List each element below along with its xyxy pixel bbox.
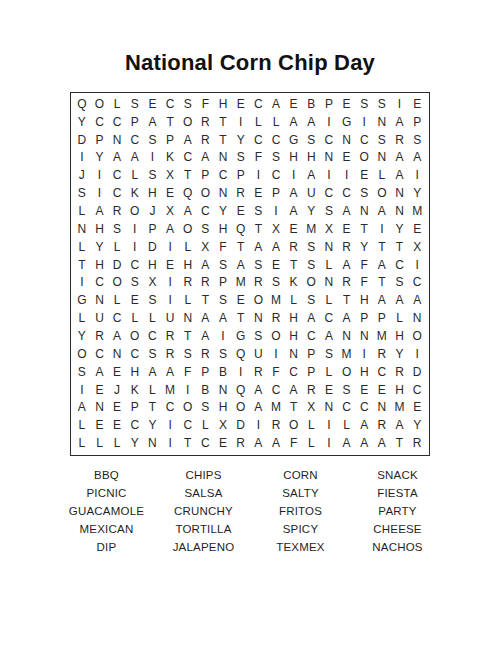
grid-cell[interactable]: Q bbox=[179, 184, 197, 202]
grid-cell[interactable]: R bbox=[108, 202, 126, 220]
grid-cell[interactable]: S bbox=[391, 274, 409, 292]
grid-cell[interactable]: P bbox=[302, 363, 320, 381]
grid-cell[interactable]: P bbox=[197, 166, 215, 184]
grid-cell[interactable]: N bbox=[91, 291, 109, 309]
grid-cell[interactable]: P bbox=[126, 113, 144, 131]
grid-cell[interactable]: A bbox=[73, 398, 91, 416]
grid-cell[interactable]: N bbox=[108, 131, 126, 149]
grid-cell[interactable]: E bbox=[338, 149, 356, 167]
grid-cell[interactable]: Y bbox=[73, 327, 91, 345]
grid-cell[interactable]: R bbox=[197, 274, 215, 292]
grid-cell[interactable]: L bbox=[126, 309, 144, 327]
grid-cell[interactable]: O bbox=[302, 274, 320, 292]
grid-cell[interactable]: H bbox=[391, 327, 409, 345]
grid-cell[interactable]: X bbox=[267, 220, 285, 238]
grid-cell[interactable]: R bbox=[161, 345, 179, 363]
grid-cell[interactable]: E bbox=[267, 256, 285, 274]
grid-cell[interactable]: S bbox=[302, 131, 320, 149]
grid-cell[interactable]: L bbox=[197, 416, 215, 434]
grid-cell[interactable]: G bbox=[232, 327, 250, 345]
grid-cell[interactable]: E bbox=[232, 291, 250, 309]
grid-cell[interactable]: E bbox=[91, 381, 109, 399]
grid-cell[interactable]: I bbox=[355, 345, 373, 363]
grid-cell[interactable]: I bbox=[267, 345, 285, 363]
grid-cell[interactable]: H bbox=[285, 327, 303, 345]
grid-cell[interactable]: H bbox=[144, 256, 162, 274]
grid-cell[interactable]: H bbox=[391, 381, 409, 399]
grid-cell[interactable]: N bbox=[391, 202, 409, 220]
grid-cell[interactable]: Y bbox=[408, 184, 426, 202]
grid-cell[interactable]: N bbox=[108, 345, 126, 363]
grid-cell[interactable]: L bbox=[373, 166, 391, 184]
grid-cell[interactable]: Y bbox=[214, 202, 232, 220]
grid-cell[interactable]: I bbox=[161, 274, 179, 292]
grid-cell[interactable]: I bbox=[391, 95, 409, 113]
grid-cell[interactable]: A bbox=[249, 381, 267, 399]
grid-cell[interactable]: O bbox=[126, 327, 144, 345]
grid-cell[interactable]: L bbox=[179, 238, 197, 256]
grid-cell[interactable]: E bbox=[161, 184, 179, 202]
grid-cell[interactable]: Q bbox=[232, 345, 250, 363]
grid-cell[interactable]: L bbox=[73, 202, 91, 220]
grid-cell[interactable]: C bbox=[126, 345, 144, 363]
grid-cell[interactable]: S bbox=[179, 95, 197, 113]
grid-cell[interactable]: P bbox=[320, 95, 338, 113]
grid-cell[interactable]: L bbox=[108, 434, 126, 452]
grid-cell[interactable]: L bbox=[285, 291, 303, 309]
grid-cell[interactable]: S bbox=[144, 131, 162, 149]
grid-cell[interactable]: P bbox=[214, 274, 232, 292]
grid-cell[interactable]: Q bbox=[232, 220, 250, 238]
grid-cell[interactable]: S bbox=[373, 95, 391, 113]
grid-cell[interactable]: T bbox=[373, 238, 391, 256]
grid-cell[interactable]: I bbox=[126, 238, 144, 256]
grid-cell[interactable]: I bbox=[408, 345, 426, 363]
grid-cell[interactable]: A bbox=[373, 202, 391, 220]
grid-cell[interactable]: N bbox=[214, 381, 232, 399]
grid-cell[interactable]: Y bbox=[91, 149, 109, 167]
grid-cell[interactable]: A bbox=[144, 363, 162, 381]
grid-cell[interactable]: I bbox=[285, 166, 303, 184]
grid-cell[interactable]: S bbox=[373, 131, 391, 149]
grid-cell[interactable]: S bbox=[214, 291, 232, 309]
grid-cell[interactable]: J bbox=[144, 202, 162, 220]
grid-cell[interactable]: A bbox=[161, 220, 179, 238]
grid-cell[interactable]: T bbox=[179, 327, 197, 345]
grid-cell[interactable]: U bbox=[91, 309, 109, 327]
grid-cell[interactable]: K bbox=[126, 381, 144, 399]
grid-cell[interactable]: R bbox=[161, 327, 179, 345]
grid-cell[interactable]: A bbox=[126, 149, 144, 167]
grid-cell[interactable]: T bbox=[214, 131, 232, 149]
grid-cell[interactable]: A bbox=[285, 381, 303, 399]
grid-cell[interactable]: Y bbox=[232, 131, 250, 149]
grid-cell[interactable]: O bbox=[408, 327, 426, 345]
grid-cell[interactable]: O bbox=[285, 416, 303, 434]
grid-cell[interactable]: E bbox=[144, 95, 162, 113]
grid-cell[interactable]: S bbox=[197, 398, 215, 416]
grid-cell[interactable]: E bbox=[108, 398, 126, 416]
grid-cell[interactable]: A bbox=[338, 434, 356, 452]
grid-cell[interactable]: T bbox=[355, 220, 373, 238]
grid-cell[interactable]: F bbox=[179, 363, 197, 381]
grid-cell[interactable]: I bbox=[373, 220, 391, 238]
grid-cell[interactable]: H bbox=[302, 149, 320, 167]
grid-cell[interactable]: R bbox=[197, 345, 215, 363]
grid-cell[interactable]: A bbox=[197, 256, 215, 274]
grid-cell[interactable]: R bbox=[249, 363, 267, 381]
grid-cell[interactable]: C bbox=[249, 131, 267, 149]
grid-cell[interactable]: G bbox=[73, 291, 91, 309]
grid-cell[interactable]: S bbox=[144, 291, 162, 309]
grid-cell[interactable]: R bbox=[197, 131, 215, 149]
grid-cell[interactable]: H bbox=[91, 220, 109, 238]
grid-cell[interactable]: F bbox=[197, 95, 215, 113]
grid-cell[interactable]: I bbox=[161, 238, 179, 256]
grid-cell[interactable]: C bbox=[408, 381, 426, 399]
grid-cell[interactable]: C bbox=[161, 95, 179, 113]
grid-cell[interactable]: H bbox=[214, 398, 232, 416]
grid-cell[interactable]: I bbox=[355, 113, 373, 131]
grid-cell[interactable]: X bbox=[161, 166, 179, 184]
grid-cell[interactable]: S bbox=[179, 345, 197, 363]
grid-cell[interactable]: S bbox=[73, 184, 91, 202]
grid-cell[interactable]: S bbox=[144, 166, 162, 184]
grid-cell[interactable]: Y bbox=[73, 113, 91, 131]
grid-cell[interactable]: S bbox=[302, 291, 320, 309]
grid-cell[interactable]: R bbox=[267, 309, 285, 327]
grid-cell[interactable]: C bbox=[302, 327, 320, 345]
grid-cell[interactable]: T bbox=[285, 398, 303, 416]
grid-cell[interactable]: E bbox=[108, 416, 126, 434]
grid-cell[interactable]: I bbox=[320, 166, 338, 184]
grid-cell[interactable]: D bbox=[73, 131, 91, 149]
grid-cell[interactable]: R bbox=[373, 345, 391, 363]
grid-cell[interactable]: A bbox=[144, 113, 162, 131]
grid-cell[interactable]: L bbox=[320, 363, 338, 381]
grid-cell[interactable]: D bbox=[232, 416, 250, 434]
grid-cell[interactable]: N bbox=[391, 184, 409, 202]
grid-cell[interactable]: H bbox=[355, 291, 373, 309]
grid-cell[interactable]: D bbox=[144, 238, 162, 256]
grid-cell[interactable]: I bbox=[338, 166, 356, 184]
grid-cell[interactable]: L bbox=[249, 113, 267, 131]
grid-cell[interactable]: O bbox=[338, 363, 356, 381]
grid-cell[interactable]: N bbox=[249, 309, 267, 327]
grid-cell[interactable]: F bbox=[355, 274, 373, 292]
grid-cell[interactable]: I bbox=[320, 416, 338, 434]
grid-cell[interactable]: L bbox=[73, 434, 91, 452]
grid-cell[interactable]: S bbox=[302, 238, 320, 256]
grid-cell[interactable]: A bbox=[161, 363, 179, 381]
grid-cell[interactable]: A bbox=[108, 327, 126, 345]
grid-cell[interactable]: H bbox=[285, 149, 303, 167]
grid-cell[interactable]: O bbox=[373, 184, 391, 202]
grid-cell[interactable]: Q bbox=[73, 95, 91, 113]
grid-cell[interactable]: A bbox=[338, 256, 356, 274]
grid-cell[interactable]: S bbox=[267, 274, 285, 292]
grid-cell[interactable]: I bbox=[91, 184, 109, 202]
grid-cell[interactable]: N bbox=[320, 274, 338, 292]
grid-cell[interactable]: S bbox=[249, 202, 267, 220]
grid-cell[interactable]: H bbox=[144, 184, 162, 202]
grid-cell[interactable]: A bbox=[408, 291, 426, 309]
grid-cell[interactable]: M bbox=[338, 345, 356, 363]
grid-cell[interactable]: N bbox=[373, 149, 391, 167]
grid-cell[interactable]: R bbox=[197, 113, 215, 131]
grid-cell[interactable]: N bbox=[373, 113, 391, 131]
grid-cell[interactable]: S bbox=[338, 381, 356, 399]
grid-cell[interactable]: N bbox=[285, 345, 303, 363]
grid-cell[interactable]: L bbox=[391, 309, 409, 327]
grid-cell[interactable]: Y bbox=[302, 202, 320, 220]
grid-cell[interactable]: B bbox=[302, 95, 320, 113]
grid-cell[interactable]: T bbox=[249, 220, 267, 238]
grid-cell[interactable]: T bbox=[373, 274, 391, 292]
grid-cell[interactable]: A bbox=[373, 256, 391, 274]
grid-cell[interactable]: T bbox=[232, 309, 250, 327]
grid-cell[interactable]: E bbox=[320, 381, 338, 399]
grid-cell[interactable]: U bbox=[161, 309, 179, 327]
grid-cell[interactable]: O bbox=[232, 398, 250, 416]
grid-cell[interactable]: C bbox=[126, 131, 144, 149]
grid-cell[interactable]: S bbox=[320, 345, 338, 363]
grid-cell[interactable]: A bbox=[267, 238, 285, 256]
grid-cell[interactable]: I bbox=[73, 274, 91, 292]
grid-cell[interactable]: P bbox=[232, 166, 250, 184]
grid-cell[interactable]: T bbox=[391, 238, 409, 256]
grid-cell[interactable]: S bbox=[144, 345, 162, 363]
grid-cell[interactable]: A bbox=[302, 309, 320, 327]
grid-cell[interactable]: A bbox=[285, 113, 303, 131]
grid-cell[interactable]: H bbox=[214, 220, 232, 238]
grid-cell[interactable]: C bbox=[355, 131, 373, 149]
grid-cell[interactable]: O bbox=[179, 220, 197, 238]
grid-cell[interactable]: L bbox=[126, 166, 144, 184]
grid-cell[interactable]: S bbox=[302, 256, 320, 274]
grid-cell[interactable]: S bbox=[108, 220, 126, 238]
grid-cell[interactable]: M bbox=[391, 398, 409, 416]
grid-cell[interactable]: A bbox=[91, 363, 109, 381]
grid-cell[interactable]: M bbox=[408, 202, 426, 220]
grid-cell[interactable]: P bbox=[197, 363, 215, 381]
grid-cell[interactable]: L bbox=[108, 238, 126, 256]
grid-cell[interactable]: C bbox=[391, 256, 409, 274]
grid-cell[interactable]: O bbox=[73, 345, 91, 363]
grid-cell[interactable]: R bbox=[302, 381, 320, 399]
grid-cell[interactable]: A bbox=[338, 202, 356, 220]
grid-cell[interactable]: I bbox=[161, 434, 179, 452]
grid-cell[interactable]: P bbox=[91, 131, 109, 149]
grid-cell[interactable]: M bbox=[267, 291, 285, 309]
grid-cell[interactable]: D bbox=[108, 256, 126, 274]
grid-cell[interactable]: A bbox=[302, 166, 320, 184]
grid-cell[interactable]: A bbox=[249, 238, 267, 256]
grid-cell[interactable]: N bbox=[320, 149, 338, 167]
grid-cell[interactable]: S bbox=[232, 149, 250, 167]
grid-cell[interactable]: A bbox=[391, 416, 409, 434]
grid-cell[interactable]: K bbox=[126, 184, 144, 202]
grid-cell[interactable]: A bbox=[302, 113, 320, 131]
grid-cell[interactable]: H bbox=[355, 363, 373, 381]
grid-cell[interactable]: N bbox=[91, 398, 109, 416]
grid-cell[interactable]: C bbox=[285, 363, 303, 381]
grid-cell[interactable]: E bbox=[373, 381, 391, 399]
grid-cell[interactable]: S bbox=[355, 184, 373, 202]
grid-cell[interactable]: E bbox=[108, 363, 126, 381]
grid-cell[interactable]: A bbox=[197, 327, 215, 345]
grid-cell[interactable]: A bbox=[214, 309, 232, 327]
grid-cell[interactable]: M bbox=[302, 220, 320, 238]
grid-cell[interactable]: H bbox=[126, 363, 144, 381]
grid-cell[interactable]: A bbox=[285, 202, 303, 220]
grid-cell[interactable]: A bbox=[197, 309, 215, 327]
grid-cell[interactable]: U bbox=[249, 345, 267, 363]
grid-cell[interactable]: S bbox=[73, 363, 91, 381]
grid-cell[interactable]: T bbox=[73, 256, 91, 274]
grid-cell[interactable]: C bbox=[108, 166, 126, 184]
grid-cell[interactable]: B bbox=[197, 381, 215, 399]
grid-cell[interactable]: N bbox=[373, 398, 391, 416]
grid-cell[interactable]: R bbox=[391, 363, 409, 381]
grid-cell[interactable]: E bbox=[126, 291, 144, 309]
grid-cell[interactable]: N bbox=[355, 202, 373, 220]
grid-cell[interactable]: N bbox=[214, 184, 232, 202]
grid-cell[interactable]: C bbox=[108, 113, 126, 131]
grid-cell[interactable]: A bbox=[267, 434, 285, 452]
grid-cell[interactable]: I bbox=[267, 202, 285, 220]
grid-cell[interactable]: C bbox=[338, 398, 356, 416]
grid-cell[interactable]: S bbox=[355, 95, 373, 113]
grid-cell[interactable]: C bbox=[91, 113, 109, 131]
grid-cell[interactable]: Y bbox=[408, 416, 426, 434]
grid-cell[interactable]: E bbox=[232, 202, 250, 220]
grid-cell[interactable]: A bbox=[391, 291, 409, 309]
grid-cell[interactable]: F bbox=[249, 149, 267, 167]
grid-cell[interactable]: M bbox=[161, 381, 179, 399]
grid-cell[interactable]: G bbox=[285, 131, 303, 149]
grid-cell[interactable]: S bbox=[214, 345, 232, 363]
grid-cell[interactable]: R bbox=[232, 434, 250, 452]
grid-cell[interactable]: U bbox=[302, 184, 320, 202]
grid-cell[interactable]: O bbox=[355, 149, 373, 167]
grid-cell[interactable]: C bbox=[355, 398, 373, 416]
grid-cell[interactable]: C bbox=[197, 202, 215, 220]
grid-cell[interactable]: F bbox=[267, 363, 285, 381]
grid-cell[interactable]: L bbox=[73, 416, 91, 434]
grid-cell[interactable]: T bbox=[214, 113, 232, 131]
grid-cell[interactable]: A bbox=[267, 95, 285, 113]
grid-cell[interactable]: I bbox=[126, 220, 144, 238]
grid-cell[interactable]: E bbox=[338, 220, 356, 238]
grid-cell[interactable]: L bbox=[108, 291, 126, 309]
grid-cell[interactable]: P bbox=[126, 398, 144, 416]
grid-cell[interactable]: H bbox=[179, 256, 197, 274]
grid-cell[interactable]: A bbox=[373, 434, 391, 452]
grid-cell[interactable]: I bbox=[144, 149, 162, 167]
grid-cell[interactable]: M bbox=[232, 274, 250, 292]
grid-cell[interactable]: S bbox=[267, 149, 285, 167]
grid-cell[interactable]: H bbox=[214, 95, 232, 113]
grid-cell[interactable]: X bbox=[197, 238, 215, 256]
grid-cell[interactable]: S bbox=[249, 256, 267, 274]
grid-cell[interactable]: J bbox=[73, 166, 91, 184]
grid-cell[interactable]: A bbox=[373, 291, 391, 309]
grid-cell[interactable]: Y bbox=[391, 220, 409, 238]
grid-cell[interactable]: I bbox=[73, 149, 91, 167]
grid-cell[interactable]: E bbox=[91, 416, 109, 434]
grid-cell[interactable]: S bbox=[126, 274, 144, 292]
grid-cell[interactable]: R bbox=[338, 274, 356, 292]
grid-cell[interactable]: A bbox=[320, 327, 338, 345]
grid-cell[interactable]: L bbox=[144, 381, 162, 399]
grid-cell[interactable]: I bbox=[249, 416, 267, 434]
grid-cell[interactable]: A bbox=[391, 149, 409, 167]
grid-cell[interactable]: N bbox=[338, 131, 356, 149]
grid-cell[interactable]: C bbox=[267, 381, 285, 399]
grid-cell[interactable]: E bbox=[285, 220, 303, 238]
grid-cell[interactable]: R bbox=[285, 238, 303, 256]
grid-cell[interactable]: A bbox=[91, 202, 109, 220]
grid-cell[interactable]: O bbox=[179, 113, 197, 131]
grid-cell[interactable]: C bbox=[108, 184, 126, 202]
grid-cell[interactable]: K bbox=[285, 274, 303, 292]
grid-cell[interactable]: I bbox=[232, 113, 250, 131]
grid-cell[interactable]: L bbox=[179, 291, 197, 309]
grid-cell[interactable]: R bbox=[408, 434, 426, 452]
grid-cell[interactable]: X bbox=[161, 202, 179, 220]
grid-cell[interactable]: C bbox=[214, 166, 232, 184]
grid-cell[interactable]: K bbox=[161, 149, 179, 167]
grid-cell[interactable]: O bbox=[179, 398, 197, 416]
grid-cell[interactable]: S bbox=[126, 95, 144, 113]
grid-cell[interactable]: C bbox=[91, 274, 109, 292]
grid-cell[interactable]: C bbox=[108, 309, 126, 327]
grid-cell[interactable]: N bbox=[320, 398, 338, 416]
grid-cell[interactable]: C bbox=[320, 184, 338, 202]
grid-cell[interactable]: G bbox=[338, 113, 356, 131]
grid-cell[interactable]: C bbox=[320, 309, 338, 327]
grid-cell[interactable]: A bbox=[285, 184, 303, 202]
grid-cell[interactable]: Y bbox=[355, 238, 373, 256]
grid-cell[interactable]: X bbox=[144, 274, 162, 292]
grid-cell[interactable]: P bbox=[267, 184, 285, 202]
grid-cell[interactable]: L bbox=[302, 416, 320, 434]
grid-cell[interactable]: Q bbox=[232, 381, 250, 399]
grid-cell[interactable]: I bbox=[179, 381, 197, 399]
grid-cell[interactable]: I bbox=[249, 166, 267, 184]
grid-cell[interactable]: O bbox=[249, 291, 267, 309]
grid-cell[interactable]: E bbox=[408, 398, 426, 416]
grid-cell[interactable]: E bbox=[249, 184, 267, 202]
grid-cell[interactable]: C bbox=[179, 149, 197, 167]
grid-cell[interactable]: F bbox=[214, 238, 232, 256]
grid-cell[interactable]: L bbox=[302, 434, 320, 452]
grid-cell[interactable]: L bbox=[73, 309, 91, 327]
grid-cell[interactable]: E bbox=[338, 95, 356, 113]
grid-cell[interactable]: S bbox=[408, 131, 426, 149]
grid-cell[interactable]: C bbox=[408, 274, 426, 292]
grid-cell[interactable]: C bbox=[161, 398, 179, 416]
grid-cell[interactable]: J bbox=[108, 381, 126, 399]
grid-cell[interactable]: A bbox=[108, 149, 126, 167]
grid-cell[interactable]: I bbox=[320, 434, 338, 452]
grid-cell[interactable]: C bbox=[179, 416, 197, 434]
grid-cell[interactable]: O bbox=[197, 184, 215, 202]
grid-cell[interactable]: I bbox=[161, 416, 179, 434]
grid-cell[interactable]: E bbox=[214, 434, 232, 452]
grid-cell[interactable]: O bbox=[108, 274, 126, 292]
